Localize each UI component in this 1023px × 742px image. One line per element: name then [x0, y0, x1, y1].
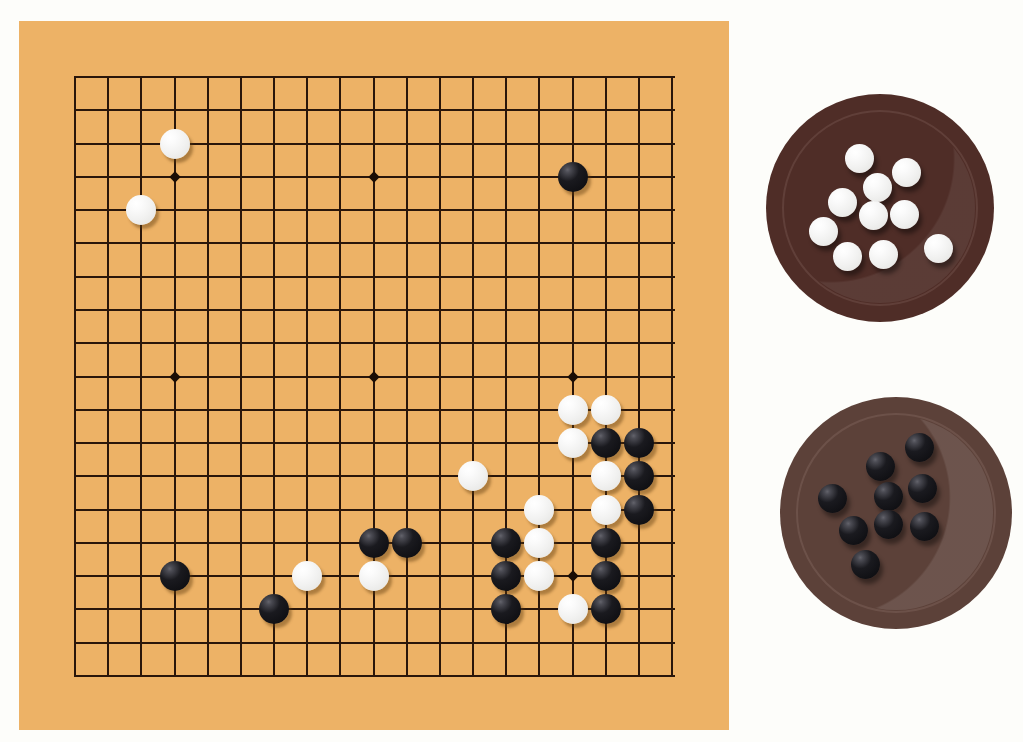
page-background	[0, 0, 1023, 742]
board-grid-hline	[74, 342, 675, 344]
white-stone[interactable]	[524, 561, 554, 591]
bowl-white-stone	[845, 144, 874, 173]
white-stone[interactable]	[591, 495, 621, 525]
board-grid-hline	[74, 642, 675, 644]
board-grid-hline	[74, 509, 675, 511]
board-grid-hline	[74, 76, 675, 78]
white-stone[interactable]	[292, 561, 322, 591]
white-stone[interactable]	[524, 495, 554, 525]
black-stone[interactable]	[591, 594, 621, 624]
board-grid-hline	[74, 475, 675, 477]
bowl-white-stone	[833, 242, 862, 271]
board-grid-hline	[74, 276, 675, 278]
black-stone[interactable]	[591, 561, 621, 591]
bowl-black-stone	[910, 512, 939, 541]
star-point	[368, 171, 379, 182]
bowl-white-stone	[863, 173, 892, 202]
bowl-black-stone	[866, 452, 895, 481]
bowl-black-stone	[908, 474, 937, 503]
black-stone[interactable]	[491, 528, 521, 558]
board-grid-hline	[74, 209, 675, 211]
bowl-white-stone	[828, 188, 857, 217]
board-grid-vline	[472, 76, 474, 677]
white-stone[interactable]	[558, 395, 588, 425]
white-stone[interactable]	[558, 594, 588, 624]
bowl-white-stone	[869, 240, 898, 269]
white-stone[interactable]	[558, 428, 588, 458]
black-stone[interactable]	[359, 528, 389, 558]
black-stone[interactable]	[491, 594, 521, 624]
board-grid-vline	[406, 76, 408, 677]
bowl-black-stone	[874, 510, 903, 539]
board-grid-hline	[74, 109, 675, 111]
board-grid-vline	[439, 76, 441, 677]
white-stone[interactable]	[591, 395, 621, 425]
black-stone[interactable]	[624, 495, 654, 525]
board-grid-hline	[74, 242, 675, 244]
white-stone[interactable]	[359, 561, 389, 591]
star-point	[169, 171, 180, 182]
star-point	[567, 571, 578, 582]
board-grid-vline	[671, 76, 673, 677]
black-stone-bowl	[780, 397, 1012, 629]
bowl-black-stone	[905, 433, 934, 462]
white-stone[interactable]	[591, 461, 621, 491]
bowl-black-stone	[874, 482, 903, 511]
black-stone[interactable]	[591, 528, 621, 558]
bowl-white-stone	[924, 234, 953, 263]
star-point	[169, 371, 180, 382]
star-point	[567, 371, 578, 382]
board-grid-vline	[638, 76, 640, 677]
star-point	[368, 371, 379, 382]
white-stone[interactable]	[160, 129, 190, 159]
black-stone[interactable]	[491, 561, 521, 591]
white-stone[interactable]	[126, 195, 156, 225]
bowl-black-stone	[818, 484, 847, 513]
black-stone[interactable]	[160, 561, 190, 591]
white-stone-bowl	[766, 94, 994, 322]
black-stone[interactable]	[558, 162, 588, 192]
bowl-white-stone	[859, 201, 888, 230]
black-stone[interactable]	[624, 428, 654, 458]
black-stone[interactable]	[259, 594, 289, 624]
black-stone[interactable]	[392, 528, 422, 558]
black-stone[interactable]	[591, 428, 621, 458]
bowl-black-stone	[839, 516, 868, 545]
board-grid-hline	[74, 675, 675, 677]
black-stone[interactable]	[624, 461, 654, 491]
bowl-black-stone	[851, 550, 880, 579]
bowl-white-stone	[809, 217, 838, 246]
go-board[interactable]	[19, 21, 729, 730]
white-stone[interactable]	[458, 461, 488, 491]
bowl-white-stone	[892, 158, 921, 187]
board-grid-hline	[74, 309, 675, 311]
bowl-white-stone	[890, 200, 919, 229]
white-stone[interactable]	[524, 528, 554, 558]
